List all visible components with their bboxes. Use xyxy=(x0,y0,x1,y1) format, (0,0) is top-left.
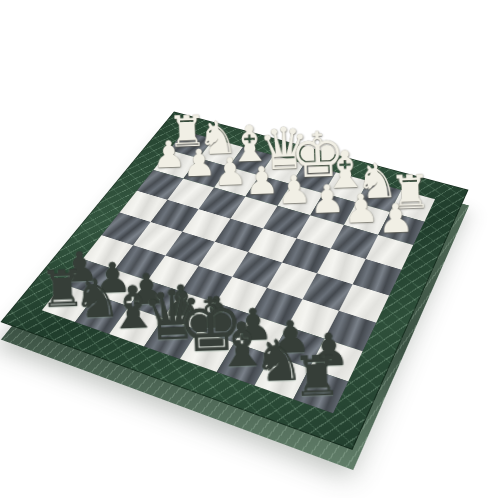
white-pawn: ♟ xyxy=(377,198,415,239)
white-pawn: ♟ xyxy=(244,161,280,200)
white-pawn: ♟ xyxy=(212,152,248,191)
black-bishop: ♝ xyxy=(214,315,258,377)
white-pawn: ♟ xyxy=(276,170,313,210)
white-pawn: ♟ xyxy=(342,188,380,228)
square-r7c7: ♜ xyxy=(293,368,348,413)
black-rook: ♜ xyxy=(291,347,336,404)
photo-canvas: ♜♞♝♛♚♝♞♜♟♟♟♟♟♟♟♟♟♟♟♟♟♟♟♟♜♞♝♛♚♝♞♜ xyxy=(0,0,498,498)
scene: ♜♞♝♛♚♝♞♜♟♟♟♟♟♟♟♟♟♟♟♟♟♟♟♟♜♞♝♛♚♝♞♜ xyxy=(0,0,498,498)
board-squares: ♜♞♝♛♚♝♞♜♟♟♟♟♟♟♟♟♟♟♟♟♟♟♟♟♜♞♝♛♚♝♞♜ xyxy=(42,131,435,413)
white-pawn: ♟ xyxy=(309,179,346,219)
black-knight: ♞ xyxy=(252,332,296,390)
chess-board: ♜♞♝♛♚♝♞♜♟♟♟♟♟♟♟♟♟♟♟♟♟♟♟♟♜♞♝♛♚♝♞♜ xyxy=(0,111,468,450)
